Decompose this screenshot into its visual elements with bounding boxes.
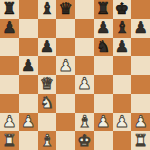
white-queen-piece: ♛ bbox=[40, 76, 54, 92]
square-c3[interactable]: ♞ bbox=[38, 94, 57, 113]
square-g3[interactable] bbox=[113, 94, 132, 113]
square-e4[interactable]: ♟ bbox=[75, 75, 94, 94]
square-h3[interactable] bbox=[131, 94, 150, 113]
square-e3[interactable] bbox=[75, 94, 94, 113]
white-pawn-piece: ♟ bbox=[96, 113, 110, 129]
black-king-piece: ♚ bbox=[115, 1, 129, 17]
black-pawn-piece: ♟ bbox=[21, 57, 35, 73]
square-a8[interactable]: ♜ bbox=[0, 0, 19, 19]
square-b7[interactable] bbox=[19, 19, 38, 38]
square-e7[interactable] bbox=[75, 19, 94, 38]
square-e6[interactable] bbox=[75, 38, 94, 57]
black-pawn-piece: ♟ bbox=[133, 20, 147, 36]
square-g5[interactable] bbox=[113, 56, 132, 75]
white-bishop-piece: ♝ bbox=[40, 132, 54, 148]
square-c4[interactable]: ♛ bbox=[38, 75, 57, 94]
square-g1[interactable] bbox=[113, 131, 132, 150]
square-a1[interactable]: ♜ bbox=[0, 131, 19, 150]
black-pawn-piece: ♟ bbox=[40, 38, 54, 54]
black-knight-piece: ♞ bbox=[96, 38, 110, 54]
square-a3[interactable] bbox=[0, 94, 19, 113]
square-f7[interactable]: ♟ bbox=[94, 19, 113, 38]
square-f5[interactable] bbox=[94, 56, 113, 75]
square-h4[interactable] bbox=[131, 75, 150, 94]
square-f2[interactable]: ♟ bbox=[94, 113, 113, 132]
square-d4[interactable] bbox=[56, 75, 75, 94]
square-h5[interactable] bbox=[131, 56, 150, 75]
square-d8[interactable]: ♛ bbox=[56, 0, 75, 19]
square-b5[interactable]: ♟ bbox=[19, 56, 38, 75]
black-pawn-piece: ♟ bbox=[115, 38, 129, 54]
white-rook-piece: ♜ bbox=[133, 132, 147, 148]
white-pawn-piece: ♟ bbox=[21, 113, 35, 129]
square-c5[interactable] bbox=[38, 56, 57, 75]
square-a4[interactable] bbox=[0, 75, 19, 94]
square-e5[interactable] bbox=[75, 56, 94, 75]
square-g2[interactable]: ♟ bbox=[113, 113, 132, 132]
square-b6[interactable] bbox=[19, 38, 38, 57]
square-h7[interactable]: ♟ bbox=[131, 19, 150, 38]
square-f8[interactable]: ♜ bbox=[94, 0, 113, 19]
square-b1[interactable] bbox=[19, 131, 38, 150]
square-d6[interactable] bbox=[56, 38, 75, 57]
square-a2[interactable]: ♟ bbox=[0, 113, 19, 132]
white-pawn-piece: ♟ bbox=[2, 113, 16, 129]
black-bishop-piece: ♝ bbox=[115, 20, 129, 36]
black-bishop-piece: ♝ bbox=[40, 1, 54, 17]
white-pawn-piece: ♟ bbox=[58, 57, 72, 73]
square-e1[interactable]: ♚ bbox=[75, 131, 94, 150]
black-rook-piece: ♜ bbox=[2, 1, 16, 17]
square-h2[interactable]: ♟ bbox=[131, 113, 150, 132]
square-a5[interactable] bbox=[0, 56, 19, 75]
white-pawn-piece: ♟ bbox=[77, 76, 91, 92]
square-f6[interactable]: ♞ bbox=[94, 38, 113, 57]
square-g7[interactable]: ♝ bbox=[113, 19, 132, 38]
white-bishop-piece: ♝ bbox=[77, 113, 91, 129]
square-d1[interactable] bbox=[56, 131, 75, 150]
square-f4[interactable] bbox=[94, 75, 113, 94]
chess-board-screenshot: ♜♝♛♜♚♟♟♝♟♟♞♟♟♟♛♟♞♟♟♝♟♟♟♜♝♚♜ bbox=[0, 0, 150, 150]
white-rook-piece: ♜ bbox=[2, 132, 16, 148]
square-d3[interactable] bbox=[56, 94, 75, 113]
square-a6[interactable] bbox=[0, 38, 19, 57]
square-h1[interactable]: ♜ bbox=[131, 131, 150, 150]
square-g8[interactable]: ♚ bbox=[113, 0, 132, 19]
square-h8[interactable] bbox=[131, 0, 150, 19]
white-king-piece: ♚ bbox=[77, 132, 91, 148]
square-h6[interactable] bbox=[131, 38, 150, 57]
square-c8[interactable]: ♝ bbox=[38, 0, 57, 19]
square-g6[interactable]: ♟ bbox=[113, 38, 132, 57]
white-pawn-piece: ♟ bbox=[133, 113, 147, 129]
square-e8[interactable] bbox=[75, 0, 94, 19]
square-g4[interactable] bbox=[113, 75, 132, 94]
white-pawn-piece: ♟ bbox=[115, 113, 129, 129]
square-d5[interactable]: ♟ bbox=[56, 56, 75, 75]
square-b4[interactable] bbox=[19, 75, 38, 94]
square-c7[interactable] bbox=[38, 19, 57, 38]
square-a7[interactable]: ♟ bbox=[0, 19, 19, 38]
square-f1[interactable] bbox=[94, 131, 113, 150]
black-queen-piece: ♛ bbox=[58, 1, 72, 17]
square-c1[interactable]: ♝ bbox=[38, 131, 57, 150]
chess-board: ♜♝♛♜♚♟♟♝♟♟♞♟♟♟♛♟♞♟♟♝♟♟♟♜♝♚♜ bbox=[0, 0, 150, 150]
square-d7[interactable] bbox=[56, 19, 75, 38]
square-b2[interactable]: ♟ bbox=[19, 113, 38, 132]
black-pawn-piece: ♟ bbox=[2, 20, 16, 36]
square-b3[interactable] bbox=[19, 94, 38, 113]
square-c2[interactable] bbox=[38, 113, 57, 132]
square-b8[interactable] bbox=[19, 0, 38, 19]
square-e2[interactable]: ♝ bbox=[75, 113, 94, 132]
black-rook-piece: ♜ bbox=[96, 1, 110, 17]
black-pawn-piece: ♟ bbox=[96, 20, 110, 36]
square-c6[interactable]: ♟ bbox=[38, 38, 57, 57]
square-d2[interactable] bbox=[56, 113, 75, 132]
square-f3[interactable] bbox=[94, 94, 113, 113]
white-knight-piece: ♞ bbox=[40, 95, 54, 111]
